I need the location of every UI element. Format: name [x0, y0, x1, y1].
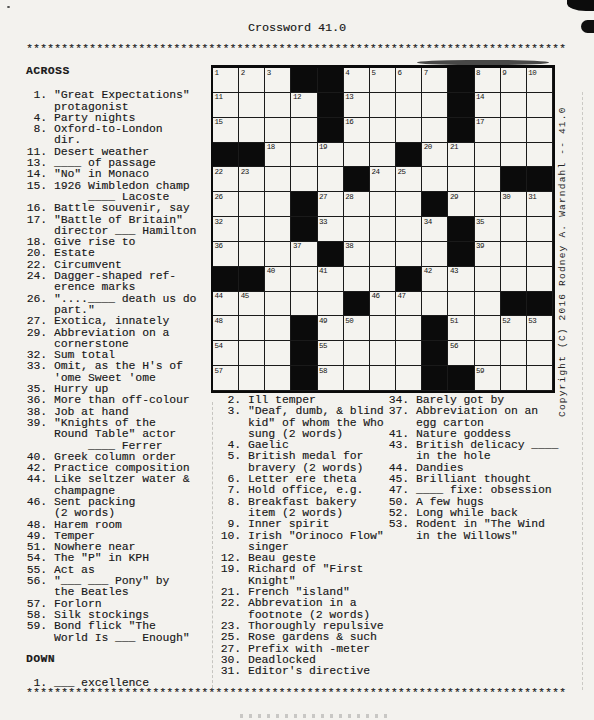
grid-cell-r7c9[interactable]: 34: [422, 217, 448, 242]
clue-number: 47.: [388, 485, 409, 496]
grid-cell-r12c13[interactable]: [527, 341, 553, 366]
grid-cell-r9c9[interactable]: 42: [422, 267, 448, 292]
clue-number: 22.: [220, 598, 241, 609]
clue-item: 7.Hold office, e.g.: [220, 485, 388, 496]
across-clue-list: 1."Great Expectations" protagonist4.Part…: [26, 90, 212, 644]
grid-cell-r2c1[interactable]: 11: [213, 93, 239, 118]
grid-cell-r13c13[interactable]: [527, 366, 553, 391]
grid-cell-r13c1[interactable]: 57: [213, 366, 239, 391]
grid-cell-r5c11[interactable]: [475, 167, 501, 192]
clue-text: "Battle of Britain" director ___ Hamilto…: [54, 215, 212, 238]
scanned-crossword-page: Crossword 41.0 *************************…: [0, 0, 594, 720]
clue-item: 5.British medal for bravery (2 words): [220, 451, 388, 474]
black-cell-r9c1: [213, 267, 239, 292]
clue-text: Abbreviation on a cornerstone: [54, 328, 212, 351]
grid-cell-r9c10[interactable]: 43: [448, 267, 474, 292]
clue-text: British medal for bravery (2 words): [248, 451, 388, 474]
grid-cell-r1c13[interactable]: 10: [527, 68, 553, 93]
grid-cell-r1c3[interactable]: 3: [265, 68, 291, 93]
grid-cell-r6c6[interactable]: 28: [344, 192, 370, 217]
grid-cell-r12c7[interactable]: [370, 341, 396, 366]
grid-cell-r7c12[interactable]: [501, 217, 527, 242]
grid-cell-r7c6[interactable]: [344, 217, 370, 242]
grid-cell-r10c1[interactable]: 44: [213, 292, 239, 317]
clue-number: 37.: [388, 406, 409, 417]
black-cell-r5c12: [501, 167, 527, 192]
clue-item: 27.Exotica, innately: [26, 316, 212, 327]
cell-number: 15: [215, 118, 223, 126]
grid-cell-r5c4[interactable]: [291, 167, 317, 192]
grid-cell-r3c2[interactable]: [239, 118, 265, 143]
grid-cell-r5c7[interactable]: 24: [370, 167, 396, 192]
grid-cell-r5c2[interactable]: 23: [239, 167, 265, 192]
grid-cell-r2c6[interactable]: 13: [344, 93, 370, 118]
across-header: ACROSS: [26, 66, 212, 77]
grid-cell-r1c11[interactable]: 8: [475, 68, 501, 93]
cell-number: 35: [476, 218, 484, 226]
cell-number: 11: [215, 93, 223, 101]
black-cell-r7c4: [291, 217, 317, 242]
clue-text: Omit, as the H's of 'ome Sweet 'ome: [54, 361, 212, 384]
grid-cell-r6c11[interactable]: [475, 192, 501, 217]
cell-number: 50: [345, 317, 353, 325]
grid-cell-r10c10[interactable]: [448, 292, 474, 317]
cell-number: 58: [319, 367, 327, 375]
clue-text: Exotica, innately: [54, 316, 212, 327]
grid-cell-r13c2[interactable]: [239, 366, 265, 391]
grid-cell-r12c3[interactable]: [265, 341, 291, 366]
grid-cell-r1c6[interactable]: 4: [344, 68, 370, 93]
grid-cell-r8c6[interactable]: 38: [344, 242, 370, 267]
grid-cell-r11c10[interactable]: 51: [448, 316, 474, 341]
grid-cell-r12c2[interactable]: [239, 341, 265, 366]
clue-number: 29.: [26, 328, 47, 339]
cell-number: 10: [528, 69, 536, 77]
clue-number: 43.: [388, 440, 409, 451]
grid-cell-r9c5[interactable]: 41: [318, 267, 344, 292]
clue-text: British delicacy ____ in the hole: [416, 440, 566, 463]
separator-bottom: ****************************************…: [26, 686, 578, 700]
cell-number: 37: [293, 242, 301, 250]
black-cell-r4c1: [213, 143, 239, 168]
black-cell-r10c13: [527, 292, 553, 317]
clue-text: Inner spirit: [248, 519, 388, 530]
scan-fold-line-right: [582, 92, 583, 690]
grid-cell-r10c8[interactable]: 47: [396, 292, 422, 317]
clue-number: 1.: [26, 90, 47, 101]
grid-cell-r8c2[interactable]: [239, 242, 265, 267]
grid-cell-r9c3[interactable]: 40: [265, 267, 291, 292]
black-cell-r8c10: [448, 242, 474, 267]
cell-number: 13: [345, 93, 353, 101]
grid-cell-r6c10[interactable]: 29: [448, 192, 474, 217]
grid-cell-r6c8[interactable]: [396, 192, 422, 217]
clue-item: 29.Abbreviation on a cornerstone: [26, 328, 212, 351]
grid-cell-r13c6[interactable]: [344, 366, 370, 391]
grid-cell-r5c10[interactable]: [448, 167, 474, 192]
grid-cell-r2c13[interactable]: [527, 93, 553, 118]
grid-cell-r7c1[interactable]: 32: [213, 217, 239, 242]
cell-number: 5: [371, 69, 375, 77]
grid-cell-r11c7[interactable]: [370, 316, 396, 341]
black-cell-r1c5: [318, 68, 344, 93]
grid-cell-r3c12[interactable]: [501, 118, 527, 143]
clue-item: 47.____ fixe: obsession: [388, 485, 566, 496]
clue-item: 15.1926 Wimbledon champ ____ Lacoste: [26, 181, 212, 204]
clue-item: 59.Bond flick "The World Is ___ Enough": [26, 621, 212, 644]
cell-number: 33: [319, 218, 327, 226]
grid-cell-r11c12[interactable]: 52: [501, 316, 527, 341]
grid-cell-r3c4[interactable]: [291, 118, 317, 143]
grid-cell-r10c9[interactable]: [422, 292, 448, 317]
clue-text: "Deaf, dumb, & blind kid" of whom the Wh…: [248, 406, 388, 440]
clue-item: 56."___ ___ Pony" by the Beatles: [26, 576, 212, 599]
clue-text: "Great Expectations" protagonist: [54, 90, 212, 113]
clue-text: Sent packing (2 words): [54, 497, 212, 520]
grid-cell-r10c3[interactable]: [265, 292, 291, 317]
cell-number: 14: [476, 93, 484, 101]
grid-cell-r10c5[interactable]: [318, 292, 344, 317]
cell-number: 12: [293, 93, 301, 101]
clue-item: 9.Inner spirit: [220, 519, 388, 530]
grid-cell-r2c9[interactable]: [422, 93, 448, 118]
clue-text: Oxford-to-London dir.: [54, 124, 212, 147]
grid-cell-r12c10[interactable]: 56: [448, 341, 474, 366]
grid-cell-r3c8[interactable]: [396, 118, 422, 143]
grid-cell-r8c13[interactable]: [527, 242, 553, 267]
grid-cell-r9c13[interactable]: [527, 267, 553, 292]
cell-number: 28: [345, 193, 353, 201]
cell-number: 7: [424, 69, 428, 77]
cell-number: 44: [215, 292, 223, 300]
grid-cell-r5c9[interactable]: [422, 167, 448, 192]
clue-text: Rodent in "The Wind in the Willows": [416, 519, 566, 542]
cell-number: 38: [345, 242, 353, 250]
clue-number: 36.: [26, 395, 47, 406]
grid-cell-r1c8[interactable]: 6: [396, 68, 422, 93]
grid-cell-r11c3[interactable]: [265, 316, 291, 341]
grid-cell-r13c7[interactable]: [370, 366, 396, 391]
grid-cell-r8c11[interactable]: 39: [475, 242, 501, 267]
grid-cell-r1c9[interactable]: 7: [422, 68, 448, 93]
grid-cell-r7c8[interactable]: [396, 217, 422, 242]
grid-cell-r2c8[interactable]: [396, 93, 422, 118]
clue-item: 37.Abbreviation on an egg carton: [388, 406, 566, 429]
black-cell-r7c10: [448, 217, 474, 242]
black-cell-r2c10: [448, 93, 474, 118]
cell-number: 26: [215, 193, 223, 201]
cell-number: 1: [215, 69, 219, 77]
scan-artifact-corner-blob: [567, 0, 594, 11]
cell-number: 4: [345, 69, 349, 77]
clue-number: 53.: [388, 519, 409, 530]
cell-number: 9: [502, 69, 506, 77]
grid-cell-r12c11[interactable]: [475, 341, 501, 366]
grid-cell-r4c5[interactable]: 19: [318, 143, 344, 168]
grid-cell-r9c12[interactable]: [501, 267, 527, 292]
grid-cell-r6c13[interactable]: 31: [527, 192, 553, 217]
clue-text: "....____ death us do part.": [54, 294, 212, 317]
clue-item: 44.Like seltzer water & champagne: [26, 474, 212, 497]
clue-number: 10.: [220, 531, 241, 542]
clue-item: 1."Great Expectations" protagonist: [26, 90, 212, 113]
clue-item: 16.Battle souvenir, say: [26, 203, 212, 214]
black-cell-r3c10: [448, 118, 474, 143]
cell-number: 40: [267, 267, 275, 275]
black-cell-r10c12: [501, 292, 527, 317]
grid-cell-r4c12[interactable]: [501, 143, 527, 168]
clue-number: 24.: [26, 271, 47, 282]
grid-cell-r10c2[interactable]: 45: [239, 292, 265, 317]
clue-number: 8.: [220, 497, 241, 508]
grid-cell-r12c12[interactable]: [501, 341, 527, 366]
black-cell-r13c9: [422, 366, 448, 391]
clue-item: 36.More than off-colour: [26, 395, 212, 406]
grid-cell-r6c1[interactable]: 26: [213, 192, 239, 217]
grid-cell-r12c6[interactable]: [344, 341, 370, 366]
grid-cell-r3c13[interactable]: [527, 118, 553, 143]
clue-text: Richard of "First Knight": [248, 564, 388, 587]
grid-cell-r11c11[interactable]: [475, 316, 501, 341]
grid-cell-r2c11[interactable]: 14: [475, 93, 501, 118]
grid-cell-r7c3[interactable]: [265, 217, 291, 242]
cell-number: 48: [215, 317, 223, 325]
black-cell-r10c6: [344, 292, 370, 317]
cell-number: 27: [319, 193, 327, 201]
grid-cell-r5c5[interactable]: [318, 167, 344, 192]
cell-number: 32: [215, 218, 223, 226]
clue-item: 31.Editor's directive: [220, 666, 388, 677]
cell-number: 57: [215, 367, 223, 375]
grid-cell-r6c3[interactable]: [265, 192, 291, 217]
clue-item: 25.Rose gardens & such: [220, 632, 388, 643]
clue-item: 24.Dagger-shaped ref- erence marks: [26, 271, 212, 294]
clue-item: 14."No" in Monaco: [26, 169, 212, 180]
grid-cell-r4c13[interactable]: [527, 143, 553, 168]
black-cell-r11c9: [422, 316, 448, 341]
clue-number: 5.: [220, 451, 241, 462]
clue-number: 16.: [26, 203, 47, 214]
clue-text: Bond flick "The World Is ___ Enough": [54, 621, 212, 644]
grid-cell-r12c1[interactable]: 54: [213, 341, 239, 366]
grid-cell-r11c1[interactable]: 48: [213, 316, 239, 341]
grid-cell-r13c12[interactable]: [501, 366, 527, 391]
grid-cell-r1c2[interactable]: 2: [239, 68, 265, 93]
grid-cell-r1c1[interactable]: 1: [213, 68, 239, 93]
cell-number: 21: [450, 143, 458, 151]
grid-cell-r13c3[interactable]: [265, 366, 291, 391]
grid-cell-r10c7[interactable]: 46: [370, 292, 396, 317]
grid-cell-r10c4[interactable]: [291, 292, 317, 317]
grid-cell-r8c4[interactable]: 37: [291, 242, 317, 267]
cell-number: 45: [241, 292, 249, 300]
black-cell-r5c6: [344, 167, 370, 192]
clue-item: 8.Breakfast bakery item (2 words): [220, 497, 388, 520]
grid-cell-r8c8[interactable]: [396, 242, 422, 267]
grid-cell-r9c11[interactable]: [475, 267, 501, 292]
cell-number: 23: [241, 168, 249, 176]
clue-number: 9.: [220, 519, 241, 530]
grid-cell-r5c1[interactable]: 22: [213, 167, 239, 192]
clue-number: 19.: [220, 564, 241, 575]
clue-text: Battle souvenir, say: [54, 203, 212, 214]
grid-cell-r8c3[interactable]: [265, 242, 291, 267]
copyright-text: Copyright (C) 2016 Rodney A. Warndahl --…: [557, 72, 571, 417]
cell-number: 36: [215, 242, 223, 250]
grid-cell-r11c2[interactable]: [239, 316, 265, 341]
grid-cell-r6c7[interactable]: [370, 192, 396, 217]
cell-number: 54: [215, 342, 223, 350]
grid-cell-r8c1[interactable]: 36: [213, 242, 239, 267]
black-cell-r6c4: [291, 192, 317, 217]
clue-number: 14.: [26, 169, 47, 180]
grid-cell-r8c12[interactable]: [501, 242, 527, 267]
clue-number: 26.: [26, 294, 47, 305]
scan-fold-line-left: [212, 402, 213, 688]
black-cell-r4c8: [396, 143, 422, 168]
grid-cell-r4c7[interactable]: [370, 143, 396, 168]
clue-item: 26."....____ death us do part.": [26, 294, 212, 317]
grid-cell-r2c4[interactable]: 12: [291, 93, 317, 118]
clue-text: Dagger-shaped ref- erence marks: [54, 271, 212, 294]
clue-item: 22.Abbrevation in a footnote (2 words): [220, 598, 388, 621]
cell-number: 20: [424, 143, 432, 151]
grid-cell-r5c3[interactable]: [265, 167, 291, 192]
clue-text: Editor's directive: [248, 666, 388, 677]
grid-cell-r6c2[interactable]: [239, 192, 265, 217]
grid-cell-r7c7[interactable]: [370, 217, 396, 242]
grid-cell-r4c4[interactable]: [291, 143, 317, 168]
clue-number: 59.: [26, 621, 47, 632]
grid-cell-r3c1[interactable]: 15: [213, 118, 239, 143]
grid-cell-r3c3[interactable]: [265, 118, 291, 143]
clue-item: 33.Omit, as the H's of 'ome Sweet 'ome: [26, 361, 212, 384]
cell-number: 16: [345, 118, 353, 126]
page-title: Crossword 41.0: [0, 21, 594, 35]
black-cell-r3c5: [318, 118, 344, 143]
cell-number: 3: [267, 69, 271, 77]
grid-cell-r7c11[interactable]: 35: [475, 217, 501, 242]
grid-cell-r7c13[interactable]: [527, 217, 553, 242]
grid-cell-r4c3[interactable]: 18: [265, 143, 291, 168]
clue-text: 1926 Wimbledon champ ____ Lacoste: [54, 181, 212, 204]
grid-cell-r8c7[interactable]: [370, 242, 396, 267]
grid-cell-r4c6[interactable]: [344, 143, 370, 168]
black-cell-r11c4: [291, 316, 317, 341]
clue-item: 10.Irish "Orinoco Flow" singer: [220, 531, 388, 554]
grid-cell-r2c3[interactable]: [265, 93, 291, 118]
grid-cell-r13c8[interactable]: [396, 366, 422, 391]
cell-number: 56: [450, 342, 458, 350]
clue-text: Irish "Orinoco Flow" singer: [248, 531, 388, 554]
clue-number: 15.: [26, 181, 47, 192]
black-cell-r4c2: [239, 143, 265, 168]
black-cell-r9c8: [396, 267, 422, 292]
clue-text: Rose gardens & such: [248, 632, 388, 643]
clue-text: "No" in Monaco: [54, 169, 212, 180]
cell-number: 42: [424, 267, 432, 275]
clue-item: 46.Sent packing (2 words): [26, 497, 212, 520]
grid-cell-r8c9[interactable]: [422, 242, 448, 267]
grid-cell-r2c2[interactable]: [239, 93, 265, 118]
clue-number: 17.: [26, 215, 47, 226]
black-cell-r6c9: [422, 192, 448, 217]
clue-text: Abbrevation in a footnote (2 words): [248, 598, 388, 621]
separator-top: ****************************************…: [26, 42, 578, 56]
grid-cell-r1c7[interactable]: 5: [370, 68, 396, 93]
grid-cell-r4c9[interactable]: 20: [422, 143, 448, 168]
clue-number: 27.: [26, 316, 47, 327]
grid-cell-r2c7[interactable]: [370, 93, 396, 118]
grid-cell-r11c5[interactable]: 49: [318, 316, 344, 341]
clue-number: 33.: [26, 361, 47, 372]
grid-cell-r10c11[interactable]: [475, 292, 501, 317]
clue-text: Like seltzer water & champagne: [54, 474, 212, 497]
clue-item: 53.Rodent in "The Wind in the Willows": [388, 519, 566, 542]
grid-cell-r3c7[interactable]: [370, 118, 396, 143]
grid-cell-r4c10[interactable]: 21: [448, 143, 474, 168]
grid-cell-r9c7[interactable]: [370, 267, 396, 292]
grid-cell-r7c5[interactable]: 33: [318, 217, 344, 242]
grid-cell-r11c8[interactable]: [396, 316, 422, 341]
grid-cell-r3c9[interactable]: [422, 118, 448, 143]
grid-cell-r2c12[interactable]: [501, 93, 527, 118]
grid-cell-r3c11[interactable]: 17: [475, 118, 501, 143]
grid-cell-r6c5[interactable]: 27: [318, 192, 344, 217]
black-cell-r13c10: [448, 366, 474, 391]
black-cell-r9c2: [239, 267, 265, 292]
grid-cell-r13c5[interactable]: 58: [318, 366, 344, 391]
cell-number: 52: [502, 317, 510, 325]
black-cell-r1c10: [448, 68, 474, 93]
down-header: DOWN: [26, 654, 212, 665]
cell-number: 41: [319, 267, 327, 275]
grid-cell-r11c6[interactable]: 50: [344, 316, 370, 341]
grid-cell-r9c6[interactable]: [344, 267, 370, 292]
black-cell-r1c4: [291, 68, 317, 93]
grid-cell-r13c11[interactable]: 59: [475, 366, 501, 391]
clue-text: More than off-colour: [54, 395, 212, 406]
clue-number: 56.: [26, 576, 47, 587]
clue-number: 31.: [220, 666, 241, 677]
grid-cell-r4c11[interactable]: [475, 143, 501, 168]
black-cell-r5c13: [527, 167, 553, 192]
scan-artifact-edge-blob: [581, 20, 594, 33]
black-cell-r12c9: [422, 341, 448, 366]
cell-number: 6: [398, 69, 402, 77]
cell-number: 19: [319, 143, 327, 151]
cell-number: 24: [371, 168, 379, 176]
grid-cell-r12c8[interactable]: [396, 341, 422, 366]
clue-number: 39.: [26, 418, 47, 429]
grid-cell-r7c2[interactable]: [239, 217, 265, 242]
clue-item: 8.Oxford-to-London dir.: [26, 124, 212, 147]
cell-number: 39: [476, 242, 484, 250]
grid-cell-r5c8[interactable]: 25: [396, 167, 422, 192]
grid-cell-r9c4[interactable]: [291, 267, 317, 292]
grid-cell-r1c12[interactable]: 9: [501, 68, 527, 93]
scan-artifact-smear: [417, 60, 549, 65]
crossword-grid: 1234567891011121314151617181920212223242…: [211, 65, 555, 393]
cell-number: 17: [476, 118, 484, 126]
grid-cell-r3c6[interactable]: 16: [344, 118, 370, 143]
grid-cell-r12c5[interactable]: 55: [318, 341, 344, 366]
grid-cell-r11c13[interactable]: 53: [527, 316, 553, 341]
black-cell-r13c4: [291, 366, 317, 391]
clue-text: Hold office, e.g.: [248, 485, 388, 496]
grid-cell-r6c12[interactable]: 30: [501, 192, 527, 217]
cell-number: 59: [476, 367, 484, 375]
